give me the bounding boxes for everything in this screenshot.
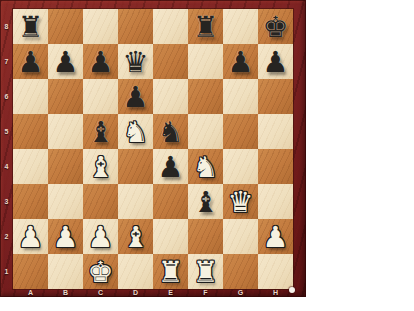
piece-black-rook[interactable]: ♜ xyxy=(188,9,223,44)
piece-white-pawn[interactable]: ♟ xyxy=(48,219,83,254)
square-e8[interactable] xyxy=(153,9,188,44)
file-label-h: H xyxy=(258,288,293,297)
square-c7[interactable]: ♟ xyxy=(83,44,118,79)
file-label-c: C xyxy=(83,288,118,297)
square-f6[interactable] xyxy=(188,79,223,114)
square-b2[interactable]: ♟ xyxy=(48,219,83,254)
square-g3[interactable]: ♛ xyxy=(223,184,258,219)
square-a8[interactable]: ♜ xyxy=(13,9,48,44)
square-b3[interactable] xyxy=(48,184,83,219)
square-b6[interactable] xyxy=(48,79,83,114)
piece-black-bishop[interactable]: ♝ xyxy=(188,184,223,219)
piece-white-rook[interactable]: ♜ xyxy=(153,254,188,289)
square-f1[interactable]: ♜ xyxy=(188,254,223,289)
file-label-f: F xyxy=(188,288,223,297)
square-f3[interactable]: ♝ xyxy=(188,184,223,219)
square-a5[interactable] xyxy=(13,114,48,149)
piece-white-pawn[interactable]: ♟ xyxy=(258,219,293,254)
square-c8[interactable] xyxy=(83,9,118,44)
square-h8[interactable]: ♚ xyxy=(258,9,293,44)
piece-black-knight[interactable]: ♞ xyxy=(153,114,188,149)
square-e5[interactable]: ♞ xyxy=(153,114,188,149)
square-h3[interactable] xyxy=(258,184,293,219)
chessboard: ♜♜♚♟♟♟♛♟♟♟♝♞♞♝♟♞♝♛♟♟♟♝♟♚♜♜ xyxy=(13,9,293,289)
rank-label-7: 7 xyxy=(1,44,12,79)
square-a7[interactable]: ♟ xyxy=(13,44,48,79)
square-b8[interactable] xyxy=(48,9,83,44)
square-a6[interactable] xyxy=(13,79,48,114)
square-b1[interactable] xyxy=(48,254,83,289)
file-label-d: D xyxy=(118,288,153,297)
square-h2[interactable]: ♟ xyxy=(258,219,293,254)
square-d5[interactable]: ♞ xyxy=(118,114,153,149)
square-e4[interactable]: ♟ xyxy=(153,149,188,184)
square-c6[interactable] xyxy=(83,79,118,114)
piece-white-knight[interactable]: ♞ xyxy=(118,114,153,149)
rank-label-3: 3 xyxy=(1,184,12,219)
square-g2[interactable] xyxy=(223,219,258,254)
square-g1[interactable] xyxy=(223,254,258,289)
piece-white-queen[interactable]: ♛ xyxy=(223,184,258,219)
square-f8[interactable]: ♜ xyxy=(188,9,223,44)
side-to-move-indicator xyxy=(289,287,295,293)
square-c5[interactable]: ♝ xyxy=(83,114,118,149)
square-f2[interactable] xyxy=(188,219,223,254)
square-b7[interactable]: ♟ xyxy=(48,44,83,79)
piece-white-king[interactable]: ♚ xyxy=(83,254,118,289)
square-h1[interactable] xyxy=(258,254,293,289)
square-d2[interactable]: ♝ xyxy=(118,219,153,254)
piece-black-king[interactable]: ♚ xyxy=(258,9,293,44)
square-g5[interactable] xyxy=(223,114,258,149)
square-d4[interactable] xyxy=(118,149,153,184)
square-a2[interactable]: ♟ xyxy=(13,219,48,254)
square-e7[interactable] xyxy=(153,44,188,79)
piece-black-pawn[interactable]: ♟ xyxy=(83,44,118,79)
page: ♜♜♚♟♟♟♛♟♟♟♝♞♞♝♟♞♝♛♟♟♟♝♟♚♜♜ 87654321 ABCD… xyxy=(0,0,414,311)
square-d3[interactable] xyxy=(118,184,153,219)
file-label-e: E xyxy=(153,288,188,297)
square-e1[interactable]: ♜ xyxy=(153,254,188,289)
square-a3[interactable] xyxy=(13,184,48,219)
piece-black-pawn[interactable]: ♟ xyxy=(223,44,258,79)
square-c3[interactable] xyxy=(83,184,118,219)
piece-black-bishop[interactable]: ♝ xyxy=(83,114,118,149)
piece-white-pawn[interactable]: ♟ xyxy=(13,219,48,254)
piece-black-rook[interactable]: ♜ xyxy=(13,9,48,44)
piece-black-pawn[interactable]: ♟ xyxy=(48,44,83,79)
square-g8[interactable] xyxy=(223,9,258,44)
piece-black-queen[interactable]: ♛ xyxy=(118,44,153,79)
piece-black-pawn[interactable]: ♟ xyxy=(258,44,293,79)
square-f7[interactable] xyxy=(188,44,223,79)
piece-black-pawn[interactable]: ♟ xyxy=(118,79,153,114)
square-h5[interactable] xyxy=(258,114,293,149)
rank-label-4: 4 xyxy=(1,149,12,184)
rank-label-8: 8 xyxy=(1,9,12,44)
piece-white-pawn[interactable]: ♟ xyxy=(83,219,118,254)
square-g4[interactable] xyxy=(223,149,258,184)
file-label-b: B xyxy=(48,288,83,297)
square-h7[interactable]: ♟ xyxy=(258,44,293,79)
rank-label-5: 5 xyxy=(1,114,12,149)
square-e6[interactable] xyxy=(153,79,188,114)
square-g7[interactable]: ♟ xyxy=(223,44,258,79)
square-c1[interactable]: ♚ xyxy=(83,254,118,289)
square-d1[interactable] xyxy=(118,254,153,289)
rank-label-6: 6 xyxy=(1,79,12,114)
rank-label-2: 2 xyxy=(1,219,12,254)
piece-black-pawn[interactable]: ♟ xyxy=(13,44,48,79)
file-label-a: A xyxy=(13,288,48,297)
square-e3[interactable] xyxy=(153,184,188,219)
square-d8[interactable] xyxy=(118,9,153,44)
square-g6[interactable] xyxy=(223,79,258,114)
piece-white-knight[interactable]: ♞ xyxy=(188,149,223,184)
square-a4[interactable] xyxy=(13,149,48,184)
piece-white-bishop[interactable]: ♝ xyxy=(118,219,153,254)
square-c4[interactable]: ♝ xyxy=(83,149,118,184)
square-a1[interactable] xyxy=(13,254,48,289)
square-d6[interactable]: ♟ xyxy=(118,79,153,114)
square-h6[interactable] xyxy=(258,79,293,114)
square-d7[interactable]: ♛ xyxy=(118,44,153,79)
file-label-g: G xyxy=(223,288,258,297)
square-f5[interactable] xyxy=(188,114,223,149)
square-h4[interactable] xyxy=(258,149,293,184)
piece-white-bishop[interactable]: ♝ xyxy=(83,149,118,184)
square-b5[interactable] xyxy=(48,114,83,149)
square-c2[interactable]: ♟ xyxy=(83,219,118,254)
rank-label-1: 1 xyxy=(1,254,12,289)
piece-white-rook[interactable]: ♜ xyxy=(188,254,223,289)
board-frame: ♜♜♚♟♟♟♛♟♟♟♝♞♞♝♟♞♝♛♟♟♟♝♟♚♜♜ 87654321 ABCD… xyxy=(0,0,306,297)
square-e2[interactable] xyxy=(153,219,188,254)
square-f4[interactable]: ♞ xyxy=(188,149,223,184)
square-b4[interactable] xyxy=(48,149,83,184)
piece-black-pawn[interactable]: ♟ xyxy=(153,149,188,184)
